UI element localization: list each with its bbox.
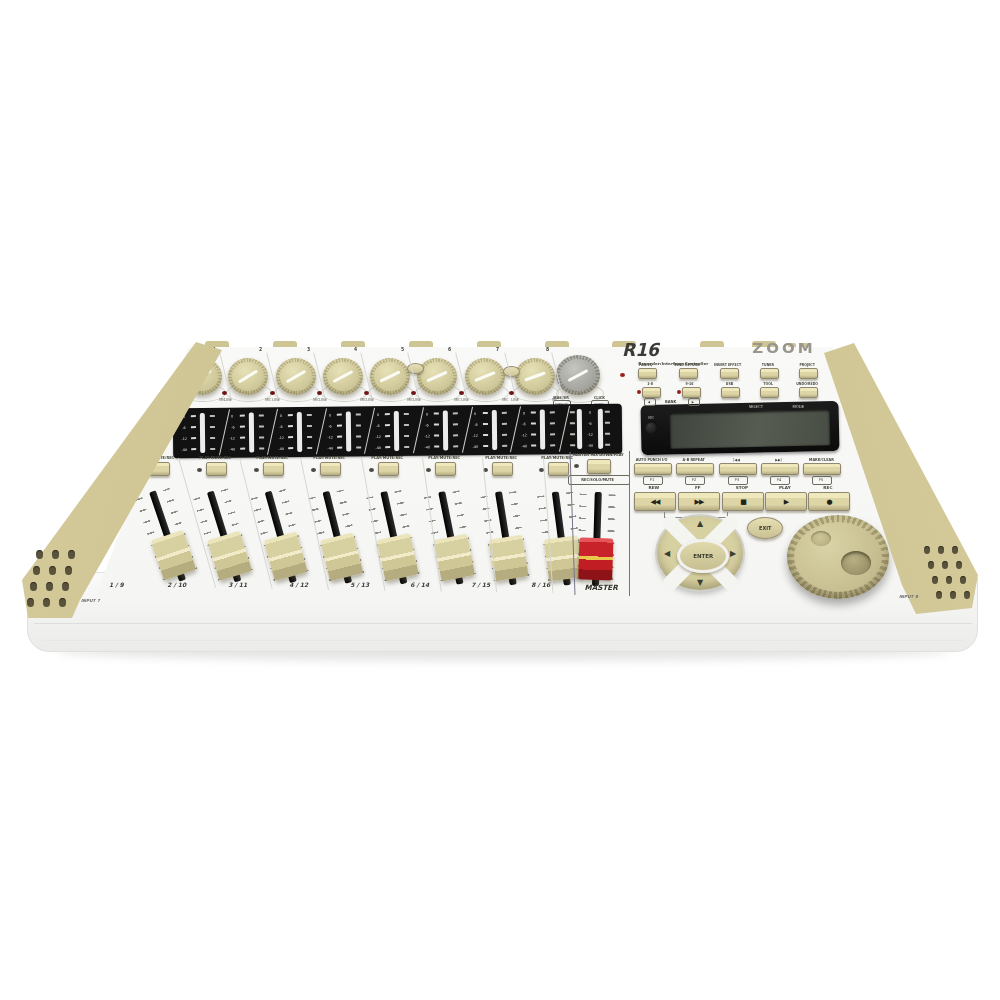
function-label: ▶▶| [757,456,801,462]
knob-scale-min: LINE [220,396,236,402]
gain-knob-8[interactable] [515,358,555,395]
grille-hole [30,582,37,591]
mic-label: MIC [640,414,662,420]
meter-tick [502,445,507,447]
fader-handle[interactable] [151,530,197,581]
meter-tick [258,414,263,416]
status-button-ch8[interactable] [548,462,569,476]
meter-tick [288,436,293,438]
meter-db-label: -6 [274,423,288,429]
master-knob-led [620,373,625,377]
status-label: PLAY/MUTE/REC [242,454,302,460]
input-8-label: INPUT 8 [888,592,928,600]
grille-hole [27,598,34,607]
function-button-f1[interactable] [634,463,672,475]
meter-tick [240,426,245,428]
meter-db-label: -12 [469,432,483,438]
status-led [311,468,316,472]
meter-tick [307,414,312,416]
meter-tick [307,425,312,427]
function-button-f3[interactable] [719,463,757,475]
meter-group: 0-6-12-48 [325,408,369,454]
fkey-label: F5 [812,476,830,483]
grille-hole [33,566,40,575]
meter-tick [605,422,610,424]
meter-tick [570,444,575,446]
channel-label: 5 / 13 [338,580,382,589]
transport-stop-icon: ■ [740,498,746,506]
meter-bar [248,413,253,453]
meter-db-label: -48 [274,445,288,451]
meter-db-label: -48 [323,445,337,451]
knob-number: 6 [443,346,455,353]
meter-tick [385,413,390,415]
gain-knob-4[interactable] [323,358,363,395]
channel-label: 6 / 14 [398,580,442,589]
meter-tick [570,433,575,435]
fader-handle[interactable] [264,531,308,581]
meter-db-label: -6 [517,421,531,427]
meter-tick [288,414,293,416]
grille-hole [49,566,56,575]
status-led [426,468,431,472]
meter-tick [550,422,555,424]
meter-db-label: -48 [469,443,483,449]
meter-tick [385,424,390,426]
fkey-label: F1 [643,476,661,483]
meter-bar [491,410,496,450]
mode-label: MODE [782,403,814,410]
meter-tick [502,423,507,425]
meter-tick [210,437,215,439]
cursor-pad[interactable]: ▲ ▼ ◀ ▶ ENTER [657,516,743,590]
meter-tick [337,414,342,416]
status-label: PLAY/MUTE/REC [299,454,359,460]
gain-knob-6[interactable] [417,358,457,395]
meter-db-label: -48 [226,446,240,452]
cursor-up-button[interactable]: ▲ [693,518,707,528]
meter-tick [191,437,196,439]
meter-tick [483,434,488,436]
cluster-button-pan-eq[interactable] [638,368,657,379]
cursor-down-button[interactable]: ▼ [693,577,707,587]
knob-peak-led [364,391,369,395]
meter-tick [337,447,342,449]
lcd-screen [670,409,831,448]
function-button-f5[interactable] [803,463,841,475]
cluster-button-9-16[interactable] [682,387,701,398]
meter-group: 0-6-12-48 [373,408,417,454]
gain-knob-3[interactable] [276,358,316,395]
meter-tick [259,447,264,449]
status-label: PLAY/MUTE/REC [185,454,245,460]
master-status-led [574,464,579,468]
meter-tick [531,423,536,425]
cluster-row2-label: 9-16 [672,380,708,386]
meter-tick [531,445,536,447]
cluster-button-undo-redo[interactable] [799,387,818,398]
meter-tick [239,415,244,417]
status-button-ch7[interactable] [492,462,513,476]
cluster-row1-label: PROJECT [789,361,825,367]
function-label: |◀◀ [715,456,759,462]
meter-tick [453,423,458,425]
grille-hole [946,576,952,584]
meter-tick [434,435,439,437]
jog-dimple-small [811,531,831,546]
fkey-label: F3 [728,476,746,483]
bank-left-arrow: ◀ [644,398,654,404]
knob-peak-led [222,391,227,395]
model-logo: R16 [618,341,662,357]
fader-strip-ch7 [475,483,535,593]
meter-db-label: -6 [226,424,240,430]
meter-group: 0-6-12-48 [276,409,320,455]
status-led [369,468,374,472]
grille-hole [932,576,938,584]
master-fader-handle[interactable] [578,537,613,580]
meter-bar [346,411,351,451]
transport-play-icon: ▶ [784,498,788,506]
gain-knob-2[interactable] [228,358,268,395]
grille-hole [62,582,69,591]
meter-bar [577,409,582,449]
grille-hole [65,566,72,575]
input-7-label: INPUT 7 [70,596,110,604]
master-status-label: MASTER MIX DOWN/PLAY [562,451,634,457]
meter-tick [240,448,245,450]
meter-tick [288,425,293,427]
meter-tick [259,436,264,438]
status-led [197,468,202,472]
meter-bar [443,410,448,450]
meter-db-label: -6 [323,423,337,429]
cluster-button-tool[interactable] [760,387,779,398]
grille-hole [960,576,966,584]
knob-scale-min: LINE [457,396,473,402]
meter-tick [356,446,361,448]
gain-knob-5[interactable] [370,358,410,395]
bank-label: BANK [657,398,685,405]
jog-wheel[interactable] [787,515,889,599]
knob-peak-led [317,391,322,395]
exit-label: EXIT [759,525,771,531]
knob-number: 7 [491,346,503,353]
stereo-pair-button[interactable] [503,366,520,377]
cluster-button-project[interactable] [799,368,818,379]
meter-db-label: -6 [468,421,482,427]
bank-right-arrow: ▶ [688,398,698,404]
meter-tick [482,412,487,414]
cluster-button-usb[interactable] [721,387,740,398]
meter-bar [200,413,205,453]
knob-number: 2 [254,346,266,353]
cluster-row1-label: TUNER [750,361,786,367]
product-photo-zoom-r16: R16 Recorder:Interface:Controller ZOOM M… [0,0,1000,1000]
meter-tick [404,424,409,426]
fader-strip-master [573,485,620,590]
channel-label: 2 / 10 [155,580,199,589]
grille-hole [928,561,934,569]
meter-db-label: 0 [583,409,597,415]
grille-hole [52,550,59,559]
meter-tick [240,437,245,439]
meter-tick [356,424,361,426]
meter-tick [531,412,536,414]
master-status-button[interactable] [587,459,611,474]
knob-peak-led [270,391,275,395]
transport-label: REC [808,484,848,491]
meter-tick [210,448,215,450]
master-status-boxed: REC/SOLO/MUTE [568,475,628,483]
fkey-label: F4 [770,476,788,483]
transport-rew-button[interactable]: ◀◀ [634,492,676,511]
meter-tick [550,411,555,413]
grille-hole [68,550,75,559]
meter-tick [453,445,458,447]
cluster-row1-label: PAN/EQ [628,361,664,367]
meter-tick [453,434,458,436]
master-click-knob[interactable] [556,355,600,395]
cluster-row1-label: SEND RETURN [669,361,705,367]
cluster-row2-label: TOOL [750,380,786,386]
meter-tick [386,446,391,448]
enter-button[interactable]: ENTER [677,539,729,573]
meter-db-label: -48 [372,444,386,450]
knob-peak-led [411,391,416,395]
meter-tick [502,434,507,436]
status-button-ch6[interactable] [435,462,456,476]
transport-label: STOP [722,484,762,491]
channel-label: 1 / 9 [94,580,138,589]
meter-tick [501,412,506,414]
meter-tick [191,415,196,417]
knob-scale-min: LINE [315,396,331,402]
cluster-button-tuner[interactable] [760,368,779,379]
meter-tick [605,411,610,413]
function-label: AUTO PUNCH I/O [630,456,674,462]
meter-db-label: -12 [420,433,434,439]
meter-bar [598,409,603,449]
jog-dimple-large [841,551,871,575]
meter-tick [259,425,264,427]
meter-tick [405,446,410,448]
knob-scale-min: LINE [268,396,284,402]
meter-tick [453,412,458,414]
meter-bar [297,412,302,452]
meter-tick [531,434,536,436]
fader-handle[interactable] [207,531,252,581]
meter-bridge: 0-6-12-480-6-12-480-6-12-480-6-12-480-6-… [173,404,622,459]
status-button-ch4[interactable] [320,462,341,476]
exit-button[interactable]: EXIT [747,517,783,539]
meter-tick [483,423,488,425]
function-label: A-B REPEAT [672,456,716,462]
meter-tick [288,447,293,449]
meter-group: 0-6-12-48 [227,409,271,455]
meter-group: 0-6-12-48 [519,406,563,452]
grille-hole [952,546,958,554]
grille-hole [924,546,930,554]
meter-group: 0-6-12-48 [179,410,223,456]
grille-hole [43,598,50,607]
bank-led [677,390,681,394]
enter-label: ENTER [693,553,713,559]
cluster-row1-label: INSERT EFFECT [710,361,746,367]
transport-ff-button[interactable]: ▶▶ [678,492,720,511]
fkey-label: F2 [685,476,703,483]
meter-tick [434,446,439,448]
status-button-ch3[interactable] [263,462,284,476]
cluster-button-insert-effect[interactable] [720,368,739,379]
meter-db-label: -12 [517,432,531,438]
grille-hole [938,546,944,554]
cluster-button-send-return[interactable] [679,368,698,379]
built-in-mic [645,421,658,434]
meter-db-label: -6 [420,422,434,428]
cursor-left-button[interactable]: ◀ [661,548,673,558]
meter-db-label: -6 [583,420,597,426]
meter-group-master: 0-6-12-48 [568,406,612,452]
meter-tick [307,447,312,449]
grille-hole [59,598,66,607]
transport-rec-button[interactable]: ● [808,492,850,511]
bank-led [637,390,641,394]
meter-tick [434,424,439,426]
meter-db-label: -12 [226,435,240,441]
transport-stop-button[interactable]: ■ [722,492,764,511]
meter-tick [570,411,575,413]
channel-label: 3 / 11 [216,580,260,589]
meter-bar [394,411,399,451]
status-label: PLAY/MUTE/REC [357,454,417,460]
meter-db-label: -12 [323,434,337,440]
meter-tick [210,426,215,428]
transport-ff-icon: ▶▶ [695,498,704,506]
meter-tick [483,445,488,447]
meter-tick [434,413,439,415]
function-button-f4[interactable] [761,463,799,475]
meter-tick [385,435,390,437]
transport-play-button[interactable]: ▶ [765,492,807,511]
transport-rec-icon: ● [826,498,831,506]
meter-db-label: -48 [583,442,597,448]
brand-logo: ZOOM [744,340,824,356]
grille-hole [964,591,970,599]
grille-hole [46,582,53,591]
status-led [254,468,259,472]
meter-tick [191,426,196,428]
grille-hole [36,550,43,559]
transport-label: PLAY [765,484,805,491]
master-border-right [629,451,630,596]
meter-group: 0-6-12-48 [470,407,514,453]
transport-label: FF [678,484,718,491]
meter-db-label: -48 [420,444,434,450]
fader-strip-ch5 [361,481,426,592]
meter-tick [356,413,361,415]
master-label: MASTER [575,582,627,592]
grille-hole [956,561,962,569]
meter-tick [356,435,361,437]
meter-tick [191,448,196,450]
function-label: MARK/CLEAR [799,456,843,462]
meter-tick [210,415,215,417]
meter-tick [404,435,409,437]
cluster-button-1-8[interactable] [642,387,661,398]
knob-scale-min: LINE [362,396,378,402]
meter-tick [605,444,610,446]
meter-db-label: -48 [177,446,191,452]
channel-label: 8 / 16 [519,580,563,589]
meter-db-label: -6 [371,422,385,428]
cluster-row2-label: 1-8 [632,380,668,386]
knob-peak-led [459,391,464,395]
status-button-ch2[interactable] [206,462,227,476]
channel-label: 4 / 12 [277,580,321,589]
meter-db-label: -12 [583,431,597,437]
meter-db-label: -12 [371,433,385,439]
grille-hole [950,591,956,599]
transport-rew-icon: ◀◀ [651,498,660,506]
knob-scale-min: LINE [409,396,425,402]
meter-bar [540,409,545,449]
meter-tick [307,436,312,438]
grille-hole [942,561,948,569]
meter-tick [337,425,342,427]
meter-tick [570,422,575,424]
status-button-ch5[interactable] [378,462,399,476]
meter-tick [605,433,610,435]
meter-group: 0-6-12-48 [422,407,466,453]
cluster-row2-label: USB [711,380,747,386]
grille-hole [936,591,942,599]
function-button-f2[interactable] [676,463,714,475]
meter-tick [337,436,342,438]
status-label: PLAY/MUTE/REC [471,454,531,460]
meter-db-label: -48 [517,443,531,449]
meter-tick [550,444,555,446]
meter-tick [404,413,409,415]
meter-tick [550,433,555,435]
cluster-row2-label: UNDO/REDO [789,380,825,386]
transport-label: REW [634,484,674,491]
meter-db-label: -12 [177,435,191,441]
gain-knob-7[interactable] [465,358,505,395]
meter-db-label: -12 [274,434,288,440]
select-label: SELECT [738,403,774,410]
